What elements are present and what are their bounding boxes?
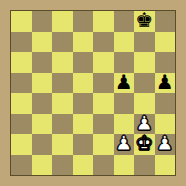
square-h1[interactable]	[155, 155, 176, 176]
square-f2[interactable]: ♟	[114, 134, 135, 155]
square-a5[interactable]	[11, 73, 32, 94]
black-king-g8[interactable]: ♚	[135, 10, 153, 30]
square-e6[interactable]	[93, 52, 114, 73]
square-d2[interactable]	[73, 134, 94, 155]
square-f5[interactable]: ♟	[114, 73, 135, 94]
square-f8[interactable]	[114, 11, 135, 32]
square-e3[interactable]	[93, 114, 114, 135]
square-a7[interactable]	[11, 32, 32, 53]
square-c1[interactable]	[52, 155, 73, 176]
square-c2[interactable]	[52, 134, 73, 155]
square-a6[interactable]	[11, 52, 32, 73]
square-d6[interactable]	[73, 52, 94, 73]
square-d8[interactable]	[73, 11, 94, 32]
square-g6[interactable]	[134, 52, 155, 73]
square-a1[interactable]	[11, 155, 32, 176]
square-b4[interactable]	[32, 93, 53, 114]
square-h5[interactable]: ♟	[155, 73, 176, 94]
square-g5[interactable]	[134, 73, 155, 94]
square-e7[interactable]	[93, 32, 114, 53]
square-g1[interactable]	[134, 155, 155, 176]
square-h7[interactable]	[155, 32, 176, 53]
square-a3[interactable]	[11, 114, 32, 135]
square-a2[interactable]	[11, 134, 32, 155]
square-e1[interactable]	[93, 155, 114, 176]
chess-board: ♚♟♟♟♟♚♟	[10, 10, 176, 176]
square-b1[interactable]	[32, 155, 53, 176]
white-king-g2[interactable]: ♚	[135, 133, 153, 153]
white-pawn-f2[interactable]: ♟	[115, 133, 133, 153]
white-pawn-g3[interactable]: ♟	[135, 113, 153, 133]
square-d7[interactable]	[73, 32, 94, 53]
square-e5[interactable]	[93, 73, 114, 94]
square-c5[interactable]	[52, 73, 73, 94]
square-d1[interactable]	[73, 155, 94, 176]
square-f7[interactable]	[114, 32, 135, 53]
square-h2[interactable]: ♟	[155, 134, 176, 155]
white-pawn-h2[interactable]: ♟	[156, 133, 174, 153]
square-c3[interactable]	[52, 114, 73, 135]
square-b2[interactable]	[32, 134, 53, 155]
square-a8[interactable]	[11, 11, 32, 32]
square-g7[interactable]	[134, 32, 155, 53]
square-b7[interactable]	[32, 32, 53, 53]
square-h8[interactable]	[155, 11, 176, 32]
square-h4[interactable]	[155, 93, 176, 114]
square-c8[interactable]	[52, 11, 73, 32]
square-c7[interactable]	[52, 32, 73, 53]
square-d5[interactable]	[73, 73, 94, 94]
square-f4[interactable]	[114, 93, 135, 114]
square-d4[interactable]	[73, 93, 94, 114]
square-d3[interactable]	[73, 114, 94, 135]
square-e2[interactable]	[93, 134, 114, 155]
square-b8[interactable]	[32, 11, 53, 32]
square-c4[interactable]	[52, 93, 73, 114]
square-e8[interactable]	[93, 11, 114, 32]
square-c6[interactable]	[52, 52, 73, 73]
square-g2[interactable]: ♚	[134, 134, 155, 155]
square-a4[interactable]	[11, 93, 32, 114]
square-b3[interactable]	[32, 114, 53, 135]
square-b5[interactable]	[32, 73, 53, 94]
square-g8[interactable]: ♚	[134, 11, 155, 32]
black-pawn-h5[interactable]: ♟	[156, 72, 174, 92]
square-e4[interactable]	[93, 93, 114, 114]
square-b6[interactable]	[32, 52, 53, 73]
board-frame: ♚♟♟♟♟♚♟	[0, 0, 186, 186]
black-pawn-f5[interactable]: ♟	[115, 72, 133, 92]
square-f1[interactable]	[114, 155, 135, 176]
